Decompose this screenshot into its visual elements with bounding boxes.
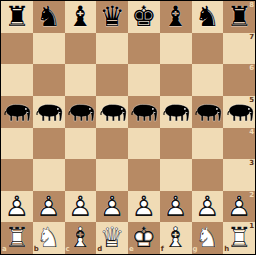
- square-a1[interactable]: ♜♖a: [1, 222, 33, 254]
- square-a4[interactable]: [1, 128, 33, 160]
- white-knight: ♞♘: [192, 223, 222, 253]
- elephant-icon: [97, 102, 128, 125]
- elephant-icon: [192, 102, 223, 125]
- square-d6[interactable]: [96, 64, 128, 96]
- square-b1[interactable]: ♞♘b: [33, 222, 65, 254]
- square-e2[interactable]: ♟♙: [128, 191, 160, 223]
- square-b4[interactable]: [33, 128, 65, 160]
- square-g7[interactable]: [192, 33, 224, 65]
- square-b6[interactable]: [33, 64, 65, 96]
- square-d1[interactable]: ♛♕d: [96, 222, 128, 254]
- square-g3[interactable]: [192, 159, 224, 191]
- square-e6[interactable]: [128, 64, 160, 96]
- black-elephant: [1, 102, 32, 125]
- white-pawn: ♟♙: [224, 192, 254, 222]
- square-d3[interactable]: [96, 159, 128, 191]
- square-g5[interactable]: [192, 96, 224, 128]
- black-knight: ♞: [36, 3, 61, 31]
- square-c6[interactable]: [65, 64, 97, 96]
- square-h3[interactable]: 3: [223, 159, 255, 191]
- black-bishop: ♝: [68, 3, 93, 31]
- square-c8[interactable]: ♝: [65, 1, 97, 33]
- rank-label-7: 7: [249, 34, 254, 41]
- square-e5[interactable]: [128, 96, 160, 128]
- white-pawn: ♟♙: [2, 192, 32, 222]
- square-b2[interactable]: ♟♙: [33, 191, 65, 223]
- square-h5[interactable]: 5: [223, 96, 255, 128]
- black-elephant: [224, 102, 255, 125]
- square-g6[interactable]: [192, 64, 224, 96]
- square-g8[interactable]: ♞: [192, 1, 224, 33]
- black-elephant: [65, 102, 96, 125]
- elephant-icon: [160, 102, 191, 125]
- square-c7[interactable]: [65, 33, 97, 65]
- square-f5[interactable]: [160, 96, 192, 128]
- square-g4[interactable]: [192, 128, 224, 160]
- square-f3[interactable]: [160, 159, 192, 191]
- white-pawn: ♟♙: [34, 192, 64, 222]
- square-h7[interactable]: 7: [223, 33, 255, 65]
- square-a7[interactable]: [1, 33, 33, 65]
- square-b3[interactable]: [33, 159, 65, 191]
- white-knight: ♞♘: [34, 223, 64, 253]
- square-a8[interactable]: ♜: [1, 1, 33, 33]
- square-g1[interactable]: ♞♘g: [192, 222, 224, 254]
- square-c3[interactable]: [65, 159, 97, 191]
- square-c1[interactable]: ♝♗c: [65, 222, 97, 254]
- square-b8[interactable]: ♞: [33, 1, 65, 33]
- square-a5[interactable]: [1, 96, 33, 128]
- square-f6[interactable]: [160, 64, 192, 96]
- square-e7[interactable]: [128, 33, 160, 65]
- square-e1[interactable]: ♚♔e: [128, 222, 160, 254]
- black-knight: ♞: [195, 3, 220, 31]
- black-rook: ♜: [4, 3, 29, 31]
- square-g2[interactable]: ♟♙: [192, 191, 224, 223]
- white-pawn: ♟♙: [65, 192, 95, 222]
- black-king: ♚: [131, 3, 156, 31]
- black-elephant: [128, 102, 159, 125]
- square-c4[interactable]: [65, 128, 97, 160]
- elephant-icon: [224, 102, 255, 125]
- square-e8[interactable]: ♚: [128, 1, 160, 33]
- square-d8[interactable]: ♛: [96, 1, 128, 33]
- black-elephant: [192, 102, 223, 125]
- square-c5[interactable]: [65, 96, 97, 128]
- square-a3[interactable]: [1, 159, 33, 191]
- square-d7[interactable]: [96, 33, 128, 65]
- square-a2[interactable]: ♟♙: [1, 191, 33, 223]
- elephant-icon: [65, 102, 96, 125]
- square-f7[interactable]: [160, 33, 192, 65]
- square-h4[interactable]: 4: [223, 128, 255, 160]
- square-c2[interactable]: ♟♙: [65, 191, 97, 223]
- white-queen: ♛♕: [97, 223, 127, 253]
- rank-label-6: 6: [249, 65, 254, 72]
- square-h6[interactable]: 6: [223, 64, 255, 96]
- black-elephant: [97, 102, 128, 125]
- rank-label-3: 3: [249, 160, 254, 167]
- white-pawn: ♟♙: [97, 192, 127, 222]
- square-b7[interactable]: [33, 33, 65, 65]
- elephant-icon: [128, 102, 159, 125]
- square-f8[interactable]: ♝: [160, 1, 192, 33]
- square-e4[interactable]: [128, 128, 160, 160]
- square-h8[interactable]: ♜8: [223, 1, 255, 33]
- square-d4[interactable]: [96, 128, 128, 160]
- square-a6[interactable]: [1, 64, 33, 96]
- square-b5[interactable]: [33, 96, 65, 128]
- square-f1[interactable]: ♝♗f: [160, 222, 192, 254]
- black-queen: ♛: [100, 3, 125, 31]
- black-elephant: [33, 102, 64, 125]
- black-rook: ♜: [227, 3, 252, 31]
- square-d5[interactable]: [96, 96, 128, 128]
- white-bishop: ♝♗: [161, 223, 191, 253]
- square-f2[interactable]: ♟♙: [160, 191, 192, 223]
- white-bishop: ♝♗: [65, 223, 95, 253]
- square-d2[interactable]: ♟♙: [96, 191, 128, 223]
- white-pawn: ♟♙: [129, 192, 159, 222]
- elephant-icon: [33, 102, 64, 125]
- white-rook: ♜♖: [224, 223, 254, 253]
- white-king: ♚♔: [129, 223, 159, 253]
- square-h1[interactable]: ♜♖1h: [223, 222, 255, 254]
- black-bishop: ♝: [163, 3, 188, 31]
- square-h2[interactable]: ♟♙2: [223, 191, 255, 223]
- white-pawn: ♟♙: [192, 192, 222, 222]
- white-rook: ♜♖: [2, 223, 32, 253]
- square-e3[interactable]: [128, 159, 160, 191]
- chess-board: ♜♞♝♛♚♝♞♜876543♟♙♟♙♟♙♟♙♟♙♟♙♟♙♟♙2♜♖a♞♘b♝♗c…: [0, 0, 256, 255]
- elephant-icon: [1, 102, 32, 125]
- white-pawn: ♟♙: [161, 192, 191, 222]
- black-elephant: [160, 102, 191, 125]
- square-f4[interactable]: [160, 128, 192, 160]
- rank-label-4: 4: [249, 129, 254, 136]
